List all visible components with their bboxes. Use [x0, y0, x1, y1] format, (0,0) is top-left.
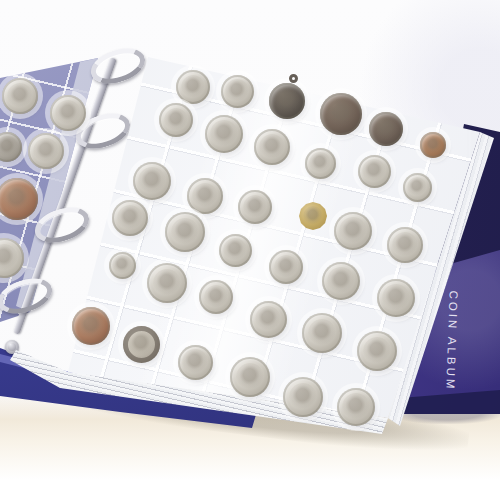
coin-effigy [138, 167, 165, 194]
coin-silver [112, 200, 148, 236]
coin-effigy [243, 195, 267, 219]
coin-copper [72, 307, 110, 345]
coin-effigy [309, 152, 331, 174]
coin-effigy [327, 267, 354, 294]
coin-effigy [204, 285, 228, 309]
coin-silver [269, 250, 303, 284]
medal-hanger-loop [289, 74, 298, 83]
coin-effigy [7, 83, 33, 109]
coin-silver [238, 190, 272, 224]
coin-copper_small [420, 132, 446, 158]
coin-effigy [392, 232, 418, 258]
coin-effigy [326, 99, 356, 129]
coin-effigy [128, 331, 155, 358]
coin-silver_dark [0, 132, 22, 162]
coin-silver [221, 75, 254, 108]
coin-silver [109, 252, 136, 279]
coin-effigy [289, 383, 318, 412]
coin-silver [159, 103, 193, 137]
coin-silver [305, 148, 336, 179]
coin-effigy [112, 255, 131, 274]
coin-silver [387, 227, 423, 263]
coin-effigy [303, 206, 323, 226]
coin-effigy [181, 75, 205, 99]
coin-medal [269, 83, 305, 119]
coin-silver [254, 129, 290, 165]
coin-effigy [77, 312, 104, 339]
coin-effigy [274, 255, 298, 279]
coin-effigy [424, 136, 443, 155]
coin-silver [337, 388, 375, 426]
coin-effigy [164, 108, 188, 132]
coin-layer [0, 0, 500, 500]
coin-effigy [339, 217, 366, 244]
coin-silver [403, 173, 432, 202]
coin-silver [334, 212, 372, 250]
coin-effigy [182, 349, 207, 374]
coin-silver [28, 133, 64, 169]
coin-effigy [153, 269, 182, 298]
coin-silver [250, 301, 287, 338]
coin-silver [219, 234, 252, 267]
coin-silver [322, 262, 360, 300]
coin-effigy [382, 284, 409, 311]
coin-silver [2, 78, 38, 114]
coin-effigy [55, 100, 81, 126]
coin-effigy [407, 177, 428, 198]
coin-effigy [2, 184, 32, 214]
coin-silver [178, 345, 213, 380]
coin-silver [357, 331, 397, 371]
coin-silver [302, 313, 342, 353]
coin-effigy [225, 79, 249, 103]
coin-silver [230, 357, 270, 397]
coin-copper [0, 178, 38, 220]
coin-effigy [374, 117, 398, 141]
coin-silver [358, 155, 391, 188]
coin-silver [377, 279, 415, 317]
coin-silver [147, 263, 187, 303]
coin-brass [299, 202, 327, 230]
coin-effigy [363, 337, 392, 366]
photo-stage: COIN ALBUM [0, 0, 500, 500]
coin-silver [50, 95, 86, 131]
coin-effigy [362, 159, 386, 183]
coin-effigy [33, 138, 59, 164]
coin-effigy [223, 238, 247, 262]
coin-bronze_dark [369, 112, 403, 146]
coin-effigy [274, 88, 300, 114]
coin-effigy [236, 363, 265, 392]
coin-silver [133, 162, 171, 200]
coin-effigy [0, 244, 18, 273]
coin-silver [0, 238, 24, 278]
coin-effigy [171, 218, 200, 247]
coin-silver [187, 178, 223, 214]
coin-effigy [210, 120, 237, 147]
coin-effigy [308, 319, 337, 348]
coin-effigy [259, 134, 285, 160]
coin-effigy [255, 306, 282, 333]
coin-effigy [0, 136, 18, 158]
coin-silver [283, 377, 323, 417]
coin-silver [199, 280, 233, 314]
coin-silver_toned [123, 326, 160, 363]
coin-silver [176, 70, 210, 104]
coin-effigy [342, 393, 369, 420]
coin-silver [205, 115, 243, 153]
coin-silver [165, 212, 205, 252]
coin-effigy [117, 205, 143, 231]
coin-effigy [192, 183, 218, 209]
coin-penny_dark [320, 93, 362, 135]
